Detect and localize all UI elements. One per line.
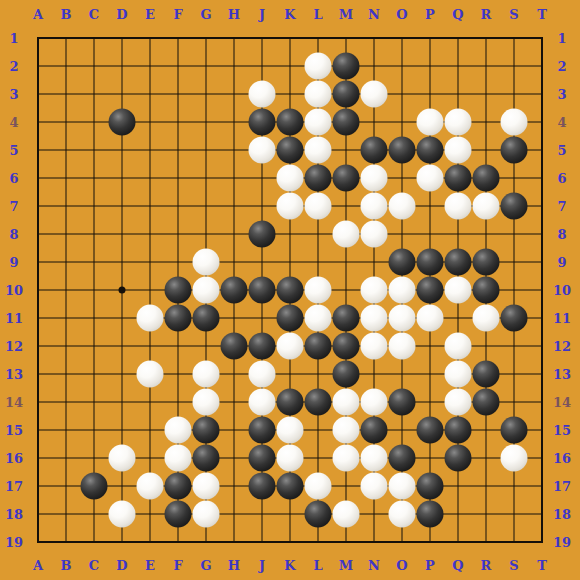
black-stone-G15[interactable] bbox=[193, 417, 220, 444]
white-stone-N12[interactable] bbox=[361, 333, 388, 360]
row-label-left-12: 12 bbox=[5, 340, 23, 353]
white-stone-S16[interactable] bbox=[501, 445, 528, 472]
white-stone-K6[interactable] bbox=[277, 165, 304, 192]
black-stone-K14[interactable] bbox=[277, 389, 304, 416]
row-label-right-14: 14 bbox=[553, 396, 571, 409]
row-label-right-18: 18 bbox=[553, 508, 571, 521]
row-label-right-12: 12 bbox=[553, 340, 571, 353]
black-stone-J16[interactable] bbox=[249, 445, 276, 472]
row-label-right-8: 8 bbox=[557, 228, 566, 241]
row-label-left-16: 16 bbox=[5, 452, 23, 465]
white-stone-R11[interactable] bbox=[473, 305, 500, 332]
white-stone-O17[interactable] bbox=[389, 473, 416, 500]
row-label-left-9: 9 bbox=[9, 256, 18, 269]
white-stone-L5[interactable] bbox=[305, 137, 332, 164]
col-label-top-S: S bbox=[509, 8, 518, 21]
col-label-bottom-A: A bbox=[33, 559, 43, 572]
col-label-bottom-H: H bbox=[228, 559, 240, 572]
black-stone-F10[interactable] bbox=[165, 277, 192, 304]
col-label-bottom-G: G bbox=[200, 559, 211, 572]
col-label-bottom-B: B bbox=[61, 559, 72, 572]
black-stone-S11[interactable] bbox=[501, 305, 528, 332]
row-label-left-15: 15 bbox=[5, 424, 23, 437]
white-stone-G18[interactable] bbox=[193, 501, 220, 528]
black-stone-R9[interactable] bbox=[473, 249, 500, 276]
row-label-right-1: 1 bbox=[557, 32, 566, 45]
black-stone-Q16[interactable] bbox=[445, 445, 472, 472]
white-stone-N17[interactable] bbox=[361, 473, 388, 500]
row-label-left-10: 10 bbox=[5, 284, 23, 297]
white-stone-Q4[interactable] bbox=[445, 109, 472, 136]
black-stone-J4[interactable] bbox=[249, 109, 276, 136]
row-label-right-17: 17 bbox=[553, 480, 571, 493]
white-stone-D16[interactable] bbox=[109, 445, 136, 472]
star-point-D10 bbox=[119, 287, 126, 294]
white-stone-F15[interactable] bbox=[165, 417, 192, 444]
white-stone-G9[interactable] bbox=[193, 249, 220, 276]
black-stone-H12[interactable] bbox=[221, 333, 248, 360]
col-label-top-E: E bbox=[145, 8, 155, 21]
black-stone-D4[interactable] bbox=[109, 109, 136, 136]
white-stone-Q5[interactable] bbox=[445, 137, 472, 164]
white-stone-L3[interactable] bbox=[305, 81, 332, 108]
row-label-left-14: 14 bbox=[5, 396, 23, 409]
black-stone-M3[interactable] bbox=[333, 81, 360, 108]
col-label-top-Q: Q bbox=[452, 8, 463, 21]
white-stone-E17[interactable] bbox=[137, 473, 164, 500]
black-stone-L12[interactable] bbox=[305, 333, 332, 360]
white-stone-J3[interactable] bbox=[249, 81, 276, 108]
white-stone-N6[interactable] bbox=[361, 165, 388, 192]
row-label-right-5: 5 bbox=[557, 144, 566, 157]
row-label-left-5: 5 bbox=[9, 144, 18, 157]
row-label-left-18: 18 bbox=[5, 508, 23, 521]
black-stone-S15[interactable] bbox=[501, 417, 528, 444]
white-stone-M15[interactable] bbox=[333, 417, 360, 444]
white-stone-O7[interactable] bbox=[389, 193, 416, 220]
row-label-right-19: 19 bbox=[553, 536, 571, 549]
row-label-right-11: 11 bbox=[553, 312, 571, 325]
col-label-bottom-K: K bbox=[284, 559, 295, 572]
white-stone-J5[interactable] bbox=[249, 137, 276, 164]
white-stone-P4[interactable] bbox=[417, 109, 444, 136]
black-stone-N15[interactable] bbox=[361, 417, 388, 444]
white-stone-S4[interactable] bbox=[501, 109, 528, 136]
black-stone-G11[interactable] bbox=[193, 305, 220, 332]
col-label-bottom-C: C bbox=[89, 559, 99, 572]
black-stone-R13[interactable] bbox=[473, 361, 500, 388]
go-board[interactable]: AABBCCDDEEFFGGHHJJKKLLMMNNOOPPQQRRSSTT11… bbox=[0, 0, 580, 580]
row-label-left-13: 13 bbox=[5, 368, 23, 381]
black-stone-O9[interactable] bbox=[389, 249, 416, 276]
black-stone-M6[interactable] bbox=[333, 165, 360, 192]
white-stone-E11[interactable] bbox=[137, 305, 164, 332]
row-label-left-8: 8 bbox=[9, 228, 18, 241]
white-stone-Q14[interactable] bbox=[445, 389, 472, 416]
row-label-right-15: 15 bbox=[553, 424, 571, 437]
col-label-top-B: B bbox=[61, 8, 72, 21]
white-stone-K12[interactable] bbox=[277, 333, 304, 360]
white-stone-L7[interactable] bbox=[305, 193, 332, 220]
row-label-left-2: 2 bbox=[9, 60, 18, 73]
white-stone-O11[interactable] bbox=[389, 305, 416, 332]
white-stone-P6[interactable] bbox=[417, 165, 444, 192]
row-label-left-3: 3 bbox=[9, 88, 18, 101]
col-label-bottom-P: P bbox=[425, 559, 435, 572]
black-stone-L6[interactable] bbox=[305, 165, 332, 192]
row-label-left-6: 6 bbox=[9, 172, 18, 185]
row-label-right-7: 7 bbox=[557, 200, 566, 213]
col-label-bottom-T: T bbox=[537, 559, 547, 572]
white-stone-N11[interactable] bbox=[361, 305, 388, 332]
col-label-top-H: H bbox=[228, 8, 240, 21]
white-stone-M8[interactable] bbox=[333, 221, 360, 248]
white-stone-L4[interactable] bbox=[305, 109, 332, 136]
white-stone-N16[interactable] bbox=[361, 445, 388, 472]
white-stone-M18[interactable] bbox=[333, 501, 360, 528]
black-stone-J17[interactable] bbox=[249, 473, 276, 500]
col-label-bottom-N: N bbox=[368, 559, 380, 572]
black-stone-J10[interactable] bbox=[249, 277, 276, 304]
black-stone-M11[interactable] bbox=[333, 305, 360, 332]
white-stone-L11[interactable] bbox=[305, 305, 332, 332]
black-stone-F11[interactable] bbox=[165, 305, 192, 332]
col-label-top-C: C bbox=[89, 8, 99, 21]
black-stone-S5[interactable] bbox=[501, 137, 528, 164]
black-stone-K5[interactable] bbox=[277, 137, 304, 164]
black-stone-R6[interactable] bbox=[473, 165, 500, 192]
white-stone-P11[interactable] bbox=[417, 305, 444, 332]
col-label-bottom-D: D bbox=[116, 559, 127, 572]
white-stone-M14[interactable] bbox=[333, 389, 360, 416]
black-stone-O14[interactable] bbox=[389, 389, 416, 416]
black-stone-F17[interactable] bbox=[165, 473, 192, 500]
col-label-top-F: F bbox=[173, 8, 182, 21]
black-stone-P5[interactable] bbox=[417, 137, 444, 164]
row-label-right-10: 10 bbox=[553, 284, 571, 297]
row-label-right-6: 6 bbox=[557, 172, 566, 185]
col-label-top-J: J bbox=[259, 8, 265, 21]
white-stone-M16[interactable] bbox=[333, 445, 360, 472]
white-stone-O12[interactable] bbox=[389, 333, 416, 360]
col-label-bottom-S: S bbox=[509, 559, 518, 572]
white-stone-Q13[interactable] bbox=[445, 361, 472, 388]
white-stone-R7[interactable] bbox=[473, 193, 500, 220]
black-stone-P10[interactable] bbox=[417, 277, 444, 304]
black-stone-G16[interactable] bbox=[193, 445, 220, 472]
black-stone-K17[interactable] bbox=[277, 473, 304, 500]
row-label-left-11: 11 bbox=[5, 312, 23, 325]
black-stone-S7[interactable] bbox=[501, 193, 528, 220]
black-stone-L14[interactable] bbox=[305, 389, 332, 416]
row-label-right-9: 9 bbox=[557, 256, 566, 269]
black-stone-P17[interactable] bbox=[417, 473, 444, 500]
black-stone-K11[interactable] bbox=[277, 305, 304, 332]
col-label-top-D: D bbox=[116, 8, 127, 21]
white-stone-E13[interactable] bbox=[137, 361, 164, 388]
col-label-bottom-F: F bbox=[173, 559, 182, 572]
white-stone-G13[interactable] bbox=[193, 361, 220, 388]
black-stone-K4[interactable] bbox=[277, 109, 304, 136]
white-stone-K15[interactable] bbox=[277, 417, 304, 444]
black-stone-R10[interactable] bbox=[473, 277, 500, 304]
col-label-bottom-L: L bbox=[313, 559, 322, 572]
white-stone-D18[interactable] bbox=[109, 501, 136, 528]
white-stone-N3[interactable] bbox=[361, 81, 388, 108]
black-stone-Q6[interactable] bbox=[445, 165, 472, 192]
row-label-left-19: 19 bbox=[5, 536, 23, 549]
black-stone-Q9[interactable] bbox=[445, 249, 472, 276]
black-stone-H10[interactable] bbox=[221, 277, 248, 304]
row-label-right-2: 2 bbox=[557, 60, 566, 73]
white-stone-K16[interactable] bbox=[277, 445, 304, 472]
black-stone-J15[interactable] bbox=[249, 417, 276, 444]
black-stone-P18[interactable] bbox=[417, 501, 444, 528]
white-stone-J13[interactable] bbox=[249, 361, 276, 388]
white-stone-L2[interactable] bbox=[305, 53, 332, 80]
white-stone-G14[interactable] bbox=[193, 389, 220, 416]
row-label-right-4: 4 bbox=[557, 116, 566, 129]
black-stone-M12[interactable] bbox=[333, 333, 360, 360]
white-stone-Q7[interactable] bbox=[445, 193, 472, 220]
col-label-bottom-O: O bbox=[396, 559, 407, 572]
col-label-top-A: A bbox=[33, 8, 43, 21]
black-stone-N5[interactable] bbox=[361, 137, 388, 164]
white-stone-G17[interactable] bbox=[193, 473, 220, 500]
black-stone-M13[interactable] bbox=[333, 361, 360, 388]
col-label-top-L: L bbox=[313, 8, 322, 21]
black-stone-J12[interactable] bbox=[249, 333, 276, 360]
white-stone-Q12[interactable] bbox=[445, 333, 472, 360]
white-stone-G10[interactable] bbox=[193, 277, 220, 304]
white-stone-Q10[interactable] bbox=[445, 277, 472, 304]
row-label-left-1: 1 bbox=[9, 32, 18, 45]
col-label-bottom-E: E bbox=[145, 559, 155, 572]
white-stone-N8[interactable] bbox=[361, 221, 388, 248]
black-stone-L18[interactable] bbox=[305, 501, 332, 528]
black-stone-M4[interactable] bbox=[333, 109, 360, 136]
black-stone-O5[interactable] bbox=[389, 137, 416, 164]
col-label-bottom-Q: Q bbox=[452, 559, 463, 572]
col-label-top-P: P bbox=[425, 8, 435, 21]
col-label-top-M: M bbox=[339, 8, 353, 21]
black-stone-K10[interactable] bbox=[277, 277, 304, 304]
black-stone-C17[interactable] bbox=[81, 473, 108, 500]
white-stone-O10[interactable] bbox=[389, 277, 416, 304]
white-stone-L17[interactable] bbox=[305, 473, 332, 500]
black-stone-P9[interactable] bbox=[417, 249, 444, 276]
col-label-bottom-R: R bbox=[481, 559, 492, 572]
black-stone-Q15[interactable] bbox=[445, 417, 472, 444]
row-label-left-7: 7 bbox=[9, 200, 18, 213]
white-stone-N7[interactable] bbox=[361, 193, 388, 220]
col-label-top-T: T bbox=[537, 8, 547, 21]
col-label-top-G: G bbox=[200, 8, 211, 21]
white-stone-N10[interactable] bbox=[361, 277, 388, 304]
black-stone-J8[interactable] bbox=[249, 221, 276, 248]
row-label-right-16: 16 bbox=[553, 452, 571, 465]
black-stone-P15[interactable] bbox=[417, 417, 444, 444]
black-stone-O16[interactable] bbox=[389, 445, 416, 472]
col-label-top-N: N bbox=[368, 8, 380, 21]
black-stone-R14[interactable] bbox=[473, 389, 500, 416]
white-stone-K7[interactable] bbox=[277, 193, 304, 220]
col-label-bottom-M: M bbox=[339, 559, 353, 572]
white-stone-O18[interactable] bbox=[389, 501, 416, 528]
col-label-top-K: K bbox=[284, 8, 295, 21]
row-label-left-4: 4 bbox=[9, 116, 18, 129]
row-label-right-3: 3 bbox=[557, 88, 566, 101]
col-label-top-R: R bbox=[481, 8, 492, 21]
white-stone-F16[interactable] bbox=[165, 445, 192, 472]
row-label-right-13: 13 bbox=[553, 368, 571, 381]
white-stone-N14[interactable] bbox=[361, 389, 388, 416]
white-stone-L10[interactable] bbox=[305, 277, 332, 304]
black-stone-F18[interactable] bbox=[165, 501, 192, 528]
row-label-left-17: 17 bbox=[5, 480, 23, 493]
col-label-top-O: O bbox=[396, 8, 407, 21]
black-stone-M2[interactable] bbox=[333, 53, 360, 80]
white-stone-J14[interactable] bbox=[249, 389, 276, 416]
col-label-bottom-J: J bbox=[259, 559, 265, 572]
